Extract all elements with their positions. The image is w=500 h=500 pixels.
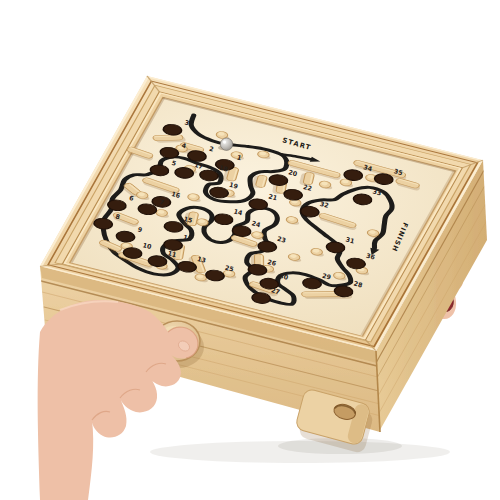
steel-ball — [220, 138, 232, 150]
scene-canvas: 1234567891011121314151617181920212223242… — [0, 0, 500, 500]
left-hand-silhouette — [38, 300, 198, 500]
left-hand — [38, 300, 198, 500]
wall-strip-4 — [152, 134, 186, 143]
labyrinth-product-photo: 1234567891011121314151617181920212223242… — [0, 0, 500, 500]
ball-glint — [223, 140, 226, 143]
